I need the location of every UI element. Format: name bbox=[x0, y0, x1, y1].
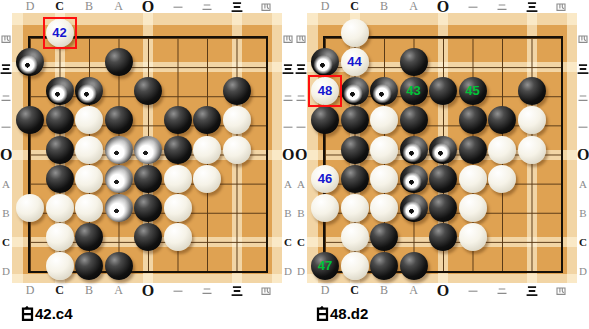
col-label-bottom-四 bbox=[546, 284, 576, 297]
stone-white bbox=[341, 194, 369, 222]
col-label-top-D: D bbox=[15, 0, 45, 13]
stone-black bbox=[134, 194, 162, 222]
cjk-glyph-一 bbox=[468, 286, 478, 296]
stone-black bbox=[105, 106, 133, 134]
col-label-bottom-三 bbox=[222, 284, 252, 297]
col-label-top-四 bbox=[546, 0, 576, 13]
move-number: 43 bbox=[400, 77, 428, 105]
row-label-left-A: A bbox=[0, 178, 12, 190]
row-label-right-一 bbox=[282, 119, 294, 131]
cjk-glyph-三 bbox=[231, 285, 243, 297]
row-label-left-三 bbox=[295, 61, 307, 73]
row-label-right-四 bbox=[282, 32, 294, 44]
row-label-left-D: D bbox=[0, 265, 12, 277]
col-label-top-A: A bbox=[104, 0, 134, 13]
stone-white bbox=[223, 136, 251, 164]
cjk-glyph-四 bbox=[296, 34, 306, 44]
cjk-glyph-一 bbox=[1, 122, 11, 132]
stone-glossy-gray bbox=[134, 136, 162, 164]
col-label-bottom-B: B bbox=[369, 284, 399, 297]
stone-black bbox=[370, 252, 398, 280]
stone-black bbox=[429, 165, 457, 193]
stone-black bbox=[400, 48, 428, 76]
cjk-glyph-三 bbox=[282, 63, 294, 75]
stone-white bbox=[370, 165, 398, 193]
cjk-glyph-四 bbox=[283, 34, 293, 44]
row-label-right-一 bbox=[577, 119, 589, 131]
move-number: 44 bbox=[341, 48, 369, 76]
row-label-right-O: O bbox=[577, 149, 589, 161]
stone-glossy-gray bbox=[105, 136, 133, 164]
stone-white bbox=[193, 165, 221, 193]
move-number: 48 bbox=[311, 77, 339, 105]
col-label-bottom-二 bbox=[487, 284, 517, 297]
col-label-bottom-B: B bbox=[74, 284, 104, 297]
row-label-right-四 bbox=[577, 32, 589, 44]
col-label-top-一 bbox=[458, 0, 488, 13]
row-label-left-B: B bbox=[0, 207, 12, 219]
stone-glossy-black bbox=[341, 77, 369, 105]
row-label-right-二 bbox=[282, 90, 294, 102]
col-label-top-三 bbox=[517, 0, 547, 13]
stone-white bbox=[311, 194, 339, 222]
stone-black bbox=[164, 136, 192, 164]
row-label-right-二 bbox=[577, 90, 589, 102]
cjk-glyph-四 bbox=[556, 286, 566, 296]
row-label-right-C: C bbox=[282, 236, 294, 248]
col-label-bottom-三 bbox=[517, 284, 547, 297]
stone-white bbox=[518, 136, 546, 164]
stone-glossy-black bbox=[400, 136, 428, 164]
row-label-right-D: D bbox=[577, 265, 589, 277]
stone-black bbox=[429, 194, 457, 222]
cjk-glyph-三 bbox=[295, 63, 307, 75]
move-number: 42 bbox=[46, 19, 74, 47]
stone-white bbox=[341, 252, 369, 280]
cjk-glyph-二 bbox=[202, 2, 212, 12]
stone-white bbox=[488, 165, 516, 193]
move-number: 46 bbox=[311, 165, 339, 193]
cjk-glyph-四 bbox=[1, 34, 11, 44]
stone-white bbox=[164, 165, 192, 193]
row-label-left-O: O bbox=[295, 149, 307, 161]
row-label-right-A: A bbox=[577, 178, 589, 190]
stone-white bbox=[164, 194, 192, 222]
row-label-left-四 bbox=[295, 32, 307, 44]
stone-white bbox=[223, 106, 251, 134]
row-label-right-O: O bbox=[282, 149, 294, 161]
stone-white bbox=[75, 165, 103, 193]
row-label-left-A: A bbox=[295, 178, 307, 190]
col-label-bottom-一 bbox=[458, 284, 488, 297]
row-label-right-B: B bbox=[577, 207, 589, 219]
stone-white bbox=[459, 194, 487, 222]
cjk-glyph-四 bbox=[556, 2, 566, 12]
cjk-glyph-三 bbox=[577, 63, 589, 75]
stone-black bbox=[370, 223, 398, 251]
col-label-top-D: D bbox=[310, 0, 340, 13]
col-label-top-三 bbox=[222, 0, 252, 13]
stone-black bbox=[341, 136, 369, 164]
col-label-bottom-D: D bbox=[15, 284, 45, 297]
stone-white bbox=[341, 19, 369, 47]
cjk-glyph-白 bbox=[20, 306, 35, 321]
stone-white bbox=[46, 194, 74, 222]
row-label-right-A: A bbox=[282, 178, 294, 190]
stone-black bbox=[105, 252, 133, 280]
move-number: 45 bbox=[459, 77, 487, 105]
col-label-top-B: B bbox=[74, 0, 104, 13]
go-board: 42 bbox=[12, 13, 282, 283]
col-label-bottom-C: C bbox=[45, 284, 75, 297]
cjk-glyph-三 bbox=[231, 1, 243, 13]
diagram-panel-right: DCBAO 444843454647 DCBAO OABCD OABCD 48.… bbox=[295, 0, 589, 329]
stone-black bbox=[459, 106, 487, 134]
stone-white bbox=[459, 223, 487, 251]
stone-black bbox=[46, 165, 74, 193]
stone-glossy-black bbox=[16, 48, 44, 76]
cjk-glyph-一 bbox=[468, 2, 478, 12]
stone-black bbox=[459, 136, 487, 164]
row-label-left-二 bbox=[295, 90, 307, 102]
cjk-glyph-四 bbox=[261, 286, 271, 296]
caption-text: 42.c4 bbox=[35, 305, 73, 322]
cjk-glyph-一 bbox=[283, 122, 293, 132]
stone-black bbox=[429, 223, 457, 251]
col-label-bottom-一 bbox=[163, 284, 193, 297]
diagram-panel-left: DCBAO 42 DCBAO OABCD OABCD 42.c4 bbox=[0, 0, 294, 329]
row-label-left-C: C bbox=[0, 236, 12, 248]
col-label-top-O: O bbox=[428, 0, 458, 13]
cjk-glyph-二 bbox=[296, 93, 306, 103]
stone-white bbox=[75, 136, 103, 164]
stone-black bbox=[46, 136, 74, 164]
stone-glossy-black bbox=[400, 165, 428, 193]
stone-white bbox=[488, 136, 516, 164]
row-label-left-C: C bbox=[295, 236, 307, 248]
stone-white bbox=[193, 136, 221, 164]
stone-glossy-black bbox=[311, 48, 339, 76]
row-label-right-三 bbox=[577, 61, 589, 73]
row-label-left-一 bbox=[0, 119, 12, 131]
stone-black bbox=[223, 77, 251, 105]
row-label-right-C: C bbox=[577, 236, 589, 248]
col-label-top-A: A bbox=[399, 0, 429, 13]
stone-glossy-gray bbox=[105, 194, 133, 222]
stone-glossy-gray bbox=[105, 165, 133, 193]
stone-black bbox=[518, 77, 546, 105]
cjk-glyph-白 bbox=[315, 306, 330, 321]
cjk-glyph-二 bbox=[497, 2, 507, 12]
row-label-left-三 bbox=[0, 61, 12, 73]
cjk-glyph-二 bbox=[283, 93, 293, 103]
col-label-bottom-A: A bbox=[104, 284, 134, 297]
col-label-bottom-O: O bbox=[428, 284, 458, 297]
cjk-glyph-二 bbox=[1, 93, 11, 103]
col-label-bottom-D: D bbox=[310, 284, 340, 297]
stone-glossy-black bbox=[400, 194, 428, 222]
stone-black bbox=[134, 165, 162, 193]
stone-black bbox=[75, 252, 103, 280]
go-diagram-pair: DCBAO 42 DCBAO OABCD OABCD 42.c4 DCBAO 4… bbox=[0, 0, 589, 329]
stone-black bbox=[46, 106, 74, 134]
col-label-top-B: B bbox=[369, 0, 399, 13]
stone-white bbox=[164, 223, 192, 251]
row-label-right-D: D bbox=[282, 265, 294, 277]
stone-glossy-black bbox=[429, 136, 457, 164]
row-label-right-B: B bbox=[282, 207, 294, 219]
cjk-glyph-一 bbox=[173, 2, 183, 12]
stone-glossy-black bbox=[46, 77, 74, 105]
row-label-left-四 bbox=[0, 32, 12, 44]
move-caption: 42.c4 bbox=[20, 303, 73, 323]
stone-black bbox=[105, 48, 133, 76]
stone-white bbox=[341, 223, 369, 251]
col-label-top-一 bbox=[163, 0, 193, 13]
move-number: 47 bbox=[311, 252, 339, 280]
cjk-glyph-一 bbox=[578, 122, 588, 132]
stone-black bbox=[134, 223, 162, 251]
row-label-left-D: D bbox=[295, 265, 307, 277]
stone-white bbox=[46, 223, 74, 251]
cjk-glyph-四 bbox=[578, 34, 588, 44]
cjk-glyph-二 bbox=[202, 286, 212, 296]
col-label-bottom-四 bbox=[251, 284, 281, 297]
col-label-top-二 bbox=[192, 0, 222, 13]
cjk-glyph-二 bbox=[578, 93, 588, 103]
stone-white bbox=[370, 194, 398, 222]
stone-white bbox=[16, 194, 44, 222]
stone-black bbox=[341, 165, 369, 193]
move-caption: 48.d2 bbox=[315, 303, 368, 323]
col-label-top-C: C bbox=[45, 0, 75, 13]
cjk-glyph-三 bbox=[0, 63, 12, 75]
col-label-bottom-C: C bbox=[340, 284, 370, 297]
cjk-glyph-二 bbox=[497, 286, 507, 296]
stone-black bbox=[400, 252, 428, 280]
stone-white bbox=[46, 252, 74, 280]
row-label-left-一 bbox=[295, 119, 307, 131]
row-label-left-B: B bbox=[295, 207, 307, 219]
col-label-bottom-二 bbox=[192, 284, 222, 297]
stone-white bbox=[459, 165, 487, 193]
cjk-glyph-四 bbox=[261, 2, 271, 12]
stone-white bbox=[518, 106, 546, 134]
col-label-top-四 bbox=[251, 0, 281, 13]
cjk-glyph-三 bbox=[526, 285, 538, 297]
cjk-glyph-三 bbox=[526, 1, 538, 13]
stone-white bbox=[370, 136, 398, 164]
row-label-right-三 bbox=[282, 61, 294, 73]
cjk-glyph-一 bbox=[173, 286, 183, 296]
stone-black bbox=[164, 106, 192, 134]
stone-black bbox=[75, 223, 103, 251]
stone-white bbox=[75, 194, 103, 222]
stone-black bbox=[341, 106, 369, 134]
caption-text: 48.d2 bbox=[330, 305, 368, 322]
col-label-bottom-A: A bbox=[399, 284, 429, 297]
col-label-top-二 bbox=[487, 0, 517, 13]
stone-black bbox=[400, 106, 428, 134]
col-label-bottom-O: O bbox=[133, 284, 163, 297]
go-board: 444843454647 bbox=[307, 13, 577, 283]
col-label-top-O: O bbox=[133, 0, 163, 13]
col-label-top-C: C bbox=[340, 0, 370, 13]
row-label-left-二 bbox=[0, 90, 12, 102]
cjk-glyph-一 bbox=[296, 122, 306, 132]
row-label-left-O: O bbox=[0, 149, 12, 161]
